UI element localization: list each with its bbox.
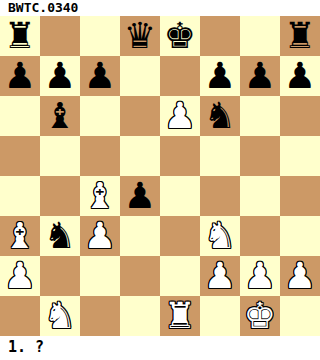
square-c5[interactable]: [80, 136, 120, 176]
square-h3[interactable]: [280, 216, 320, 256]
square-f8[interactable]: [200, 16, 240, 56]
black-knight-piece[interactable]: ♞: [44, 216, 76, 256]
square-a1[interactable]: [0, 296, 40, 336]
square-a7[interactable]: ♟: [0, 56, 40, 96]
square-g5[interactable]: [240, 136, 280, 176]
square-d3[interactable]: [120, 216, 160, 256]
square-c6[interactable]: [80, 96, 120, 136]
square-c3[interactable]: ♟: [80, 216, 120, 256]
white-king-piece[interactable]: ♚: [244, 296, 276, 336]
square-f4[interactable]: [200, 176, 240, 216]
square-a4[interactable]: [0, 176, 40, 216]
move-prompt: 1. ?: [0, 336, 320, 360]
square-g8[interactable]: [240, 16, 280, 56]
square-a3[interactable]: ♝: [0, 216, 40, 256]
black-pawn-piece[interactable]: ♟: [4, 56, 36, 96]
white-pawn-piece[interactable]: ♟: [284, 256, 316, 296]
chess-diagram-window: BWTC.0340 ♜♛♚♜♟♟♟♟♟♟♝♟♞♝♟♝♞♟♞♟♟♟♟♞♜♚ 1. …: [0, 0, 320, 360]
white-pawn-piece[interactable]: ♟: [4, 256, 36, 296]
white-pawn-piece[interactable]: ♟: [84, 216, 116, 256]
square-a2[interactable]: ♟: [0, 256, 40, 296]
square-h5[interactable]: [280, 136, 320, 176]
square-b3[interactable]: ♞: [40, 216, 80, 256]
square-g4[interactable]: [240, 176, 280, 216]
square-d8[interactable]: ♛: [120, 16, 160, 56]
square-b5[interactable]: [40, 136, 80, 176]
black-pawn-piece[interactable]: ♟: [284, 56, 316, 96]
square-h4[interactable]: [280, 176, 320, 216]
square-h2[interactable]: ♟: [280, 256, 320, 296]
square-b4[interactable]: [40, 176, 80, 216]
square-c1[interactable]: [80, 296, 120, 336]
square-f6[interactable]: ♞: [200, 96, 240, 136]
square-g3[interactable]: [240, 216, 280, 256]
square-d7[interactable]: [120, 56, 160, 96]
black-pawn-piece[interactable]: ♟: [84, 56, 116, 96]
square-g7[interactable]: ♟: [240, 56, 280, 96]
square-g2[interactable]: ♟: [240, 256, 280, 296]
black-pawn-piece[interactable]: ♟: [244, 56, 276, 96]
square-f5[interactable]: [200, 136, 240, 176]
square-b6[interactable]: ♝: [40, 96, 80, 136]
white-rook-piece[interactable]: ♜: [164, 296, 196, 336]
square-d5[interactable]: [120, 136, 160, 176]
square-h7[interactable]: ♟: [280, 56, 320, 96]
white-pawn-piece[interactable]: ♟: [164, 96, 196, 136]
black-rook-piece[interactable]: ♜: [4, 16, 36, 56]
square-a6[interactable]: [0, 96, 40, 136]
square-e6[interactable]: ♟: [160, 96, 200, 136]
square-d1[interactable]: [120, 296, 160, 336]
black-pawn-piece[interactable]: ♟: [204, 56, 236, 96]
square-e3[interactable]: [160, 216, 200, 256]
white-bishop-piece[interactable]: ♝: [84, 176, 116, 216]
black-pawn-piece[interactable]: ♟: [124, 176, 156, 216]
square-h1[interactable]: [280, 296, 320, 336]
white-knight-piece[interactable]: ♞: [204, 216, 236, 256]
square-e5[interactable]: [160, 136, 200, 176]
white-pawn-piece[interactable]: ♟: [204, 256, 236, 296]
square-a8[interactable]: ♜: [0, 16, 40, 56]
square-h6[interactable]: [280, 96, 320, 136]
square-e8[interactable]: ♚: [160, 16, 200, 56]
square-b8[interactable]: [40, 16, 80, 56]
square-e7[interactable]: [160, 56, 200, 96]
black-rook-piece[interactable]: ♜: [284, 16, 316, 56]
diagram-title: BWTC.0340: [0, 0, 320, 16]
square-c7[interactable]: ♟: [80, 56, 120, 96]
black-pawn-piece[interactable]: ♟: [44, 56, 76, 96]
square-a5[interactable]: [0, 136, 40, 176]
chess-board: ♜♛♚♜♟♟♟♟♟♟♝♟♞♝♟♝♞♟♞♟♟♟♟♞♜♚: [0, 16, 320, 336]
white-knight-piece[interactable]: ♞: [44, 296, 76, 336]
square-d6[interactable]: [120, 96, 160, 136]
square-d4[interactable]: ♟: [120, 176, 160, 216]
square-f3[interactable]: ♞: [200, 216, 240, 256]
black-knight-piece[interactable]: ♞: [204, 96, 236, 136]
square-h8[interactable]: ♜: [280, 16, 320, 56]
square-g6[interactable]: [240, 96, 280, 136]
square-e2[interactable]: [160, 256, 200, 296]
square-f2[interactable]: ♟: [200, 256, 240, 296]
square-f7[interactable]: ♟: [200, 56, 240, 96]
black-queen-piece[interactable]: ♛: [124, 16, 156, 56]
square-b1[interactable]: ♞: [40, 296, 80, 336]
square-c8[interactable]: [80, 16, 120, 56]
square-c4[interactable]: ♝: [80, 176, 120, 216]
square-e1[interactable]: ♜: [160, 296, 200, 336]
white-bishop-piece[interactable]: ♝: [4, 216, 36, 256]
square-c2[interactable]: [80, 256, 120, 296]
black-bishop-piece[interactable]: ♝: [44, 96, 76, 136]
square-e4[interactable]: [160, 176, 200, 216]
square-b2[interactable]: [40, 256, 80, 296]
square-g1[interactable]: ♚: [240, 296, 280, 336]
square-f1[interactable]: [200, 296, 240, 336]
white-pawn-piece[interactable]: ♟: [244, 256, 276, 296]
black-king-piece[interactable]: ♚: [164, 16, 196, 56]
square-d2[interactable]: [120, 256, 160, 296]
square-b7[interactable]: ♟: [40, 56, 80, 96]
